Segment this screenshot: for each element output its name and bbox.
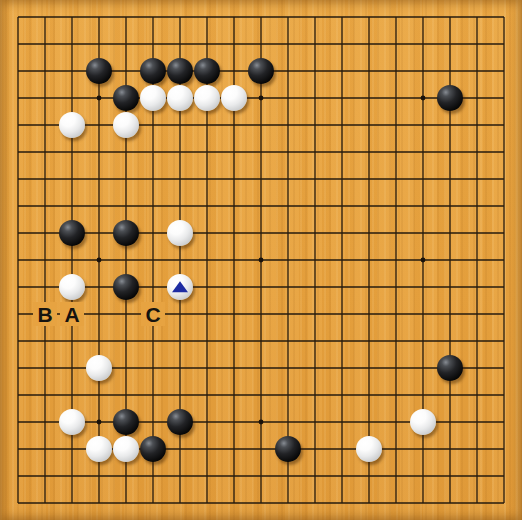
black-stone	[167, 409, 193, 435]
black-stone	[113, 274, 139, 300]
black-stone	[113, 220, 139, 246]
white-stone	[113, 436, 139, 462]
black-stone	[194, 58, 220, 84]
black-stone	[140, 436, 166, 462]
black-stone	[59, 220, 85, 246]
black-stone	[437, 85, 463, 111]
black-stone	[113, 409, 139, 435]
white-stone	[59, 274, 85, 300]
black-stone	[140, 58, 166, 84]
white-stone	[140, 85, 166, 111]
point-label-a: A	[60, 302, 84, 326]
point-label-c: C	[141, 302, 165, 326]
black-stone	[248, 58, 274, 84]
white-stone	[86, 436, 112, 462]
white-stone	[221, 85, 247, 111]
black-stone	[113, 85, 139, 111]
white-stone	[356, 436, 382, 462]
black-stone	[275, 436, 301, 462]
white-stone	[86, 355, 112, 381]
point-label-b: B	[33, 302, 57, 326]
white-stone	[59, 409, 85, 435]
last-move-triangle-marker	[172, 281, 188, 292]
white-stone	[113, 112, 139, 138]
white-stone	[167, 220, 193, 246]
black-stone	[437, 355, 463, 381]
black-stone	[86, 58, 112, 84]
black-stone	[167, 58, 193, 84]
white-stone	[167, 85, 193, 111]
white-stone	[167, 274, 193, 300]
go-board[interactable]: ABC	[0, 0, 522, 520]
white-stone	[410, 409, 436, 435]
white-stone	[194, 85, 220, 111]
white-stone	[59, 112, 85, 138]
